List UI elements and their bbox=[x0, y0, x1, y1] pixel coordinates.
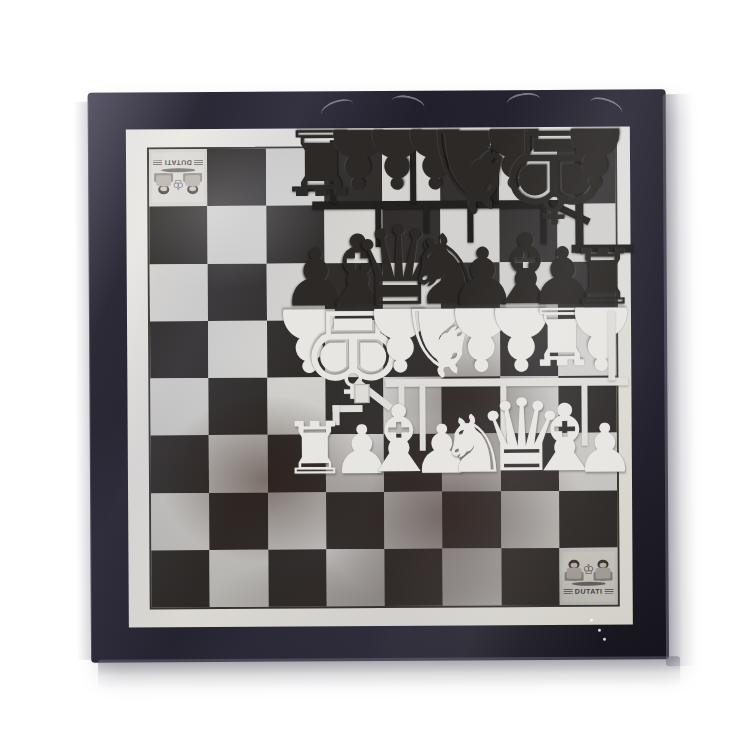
shrink-wrap-edge-right bbox=[663, 94, 696, 666]
piece-sprues: ♜♟♟♟♞♟♚♟♟♝♛♞♟♝♟♜♟♚♟♞♟♟♜♟♜♟♝♟♞♛♝♟ bbox=[0, 0, 750, 750]
shrink-wrap-edge-bottom bbox=[98, 656, 680, 690]
product-photo: ♔ DUTATI ♔ bbox=[0, 0, 750, 750]
paint-speck bbox=[590, 619, 593, 622]
white-pawn-hanging: ♟ bbox=[556, 303, 646, 372]
white-pawn-upright: ♟ bbox=[560, 422, 650, 475]
paint-speck bbox=[603, 638, 606, 641]
paint-speck bbox=[598, 629, 601, 632]
black-pawn-hanging: ♟ bbox=[550, 124, 640, 189]
white-sprue-stub bbox=[608, 311, 615, 381]
